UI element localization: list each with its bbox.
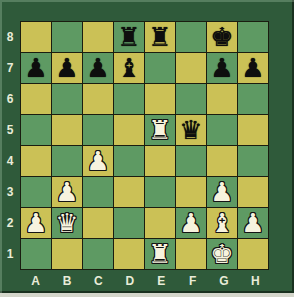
square-e3[interactable] <box>145 177 175 207</box>
piece-white-king-g1[interactable]: ♚ <box>210 239 233 269</box>
square-g8[interactable]: ♚ <box>207 22 237 52</box>
piece-white-queen-b2[interactable]: ♛ <box>55 208 78 238</box>
file-label-f: F <box>177 270 208 292</box>
square-h6[interactable] <box>238 84 268 114</box>
square-f7[interactable] <box>176 53 206 83</box>
rank-label-5: 5 <box>0 114 20 145</box>
square-d1[interactable] <box>114 239 144 269</box>
piece-black-queen-f5[interactable]: ♛ <box>179 115 202 145</box>
square-h7[interactable]: ♟ <box>238 53 268 83</box>
square-a6[interactable] <box>21 84 51 114</box>
square-a2[interactable]: ♟ <box>21 208 51 238</box>
square-a1[interactable] <box>21 239 51 269</box>
square-e7[interactable] <box>145 53 175 83</box>
bottom-edge <box>0 293 294 297</box>
square-e5[interactable]: ♜ <box>145 115 175 145</box>
square-b1[interactable] <box>52 239 82 269</box>
square-b3[interactable]: ♟ <box>52 177 82 207</box>
rank-label-4: 4 <box>0 146 20 177</box>
piece-black-pawn-g7[interactable]: ♟ <box>210 53 233 83</box>
square-a8[interactable] <box>21 22 51 52</box>
square-d3[interactable] <box>114 177 144 207</box>
chess-board[interactable]: ♜♜♚♟♟♟♝♟♟♜♛♟♟♟♟♛♟♝♟♜♚ <box>20 21 269 270</box>
piece-white-pawn-a2[interactable]: ♟ <box>24 208 47 238</box>
rank-label-8: 8 <box>0 21 20 52</box>
square-g2[interactable]: ♝ <box>207 208 237 238</box>
rank-label-6: 6 <box>0 83 20 114</box>
rank-labels: 87654321 <box>0 21 20 270</box>
square-c4[interactable]: ♟ <box>83 146 113 176</box>
rank-label-2: 2 <box>0 208 20 239</box>
piece-white-pawn-h2[interactable]: ♟ <box>241 208 264 238</box>
square-c5[interactable] <box>83 115 113 145</box>
file-labels: ABCDEFGH <box>20 270 271 292</box>
square-b4[interactable] <box>52 146 82 176</box>
square-a3[interactable] <box>21 177 51 207</box>
file-label-d: D <box>114 270 145 292</box>
square-d6[interactable] <box>114 84 144 114</box>
square-b7[interactable]: ♟ <box>52 53 82 83</box>
square-a4[interactable] <box>21 146 51 176</box>
piece-white-bishop-g2[interactable]: ♝ <box>210 208 233 238</box>
square-g6[interactable] <box>207 84 237 114</box>
piece-black-rook-d8[interactable]: ♜ <box>117 22 140 52</box>
file-label-b: B <box>51 270 82 292</box>
square-c6[interactable] <box>83 84 113 114</box>
file-label-g: G <box>208 270 239 292</box>
square-g1[interactable]: ♚ <box>207 239 237 269</box>
square-h5[interactable] <box>238 115 268 145</box>
square-f5[interactable]: ♛ <box>176 115 206 145</box>
square-c7[interactable]: ♟ <box>83 53 113 83</box>
square-a7[interactable]: ♟ <box>21 53 51 83</box>
square-c3[interactable] <box>83 177 113 207</box>
square-f4[interactable] <box>176 146 206 176</box>
square-h8[interactable] <box>238 22 268 52</box>
square-e8[interactable]: ♜ <box>145 22 175 52</box>
rank-label-3: 3 <box>0 177 20 208</box>
piece-black-rook-e8[interactable]: ♜ <box>148 22 171 52</box>
square-f1[interactable] <box>176 239 206 269</box>
rank-label-7: 7 <box>0 52 20 83</box>
square-h3[interactable] <box>238 177 268 207</box>
square-h4[interactable] <box>238 146 268 176</box>
square-f3[interactable] <box>176 177 206 207</box>
square-d4[interactable] <box>114 146 144 176</box>
square-f2[interactable]: ♟ <box>176 208 206 238</box>
square-d7[interactable]: ♝ <box>114 53 144 83</box>
square-b2[interactable]: ♛ <box>52 208 82 238</box>
piece-white-pawn-c4[interactable]: ♟ <box>86 146 109 176</box>
piece-white-pawn-g3[interactable]: ♟ <box>210 177 233 207</box>
square-e6[interactable] <box>145 84 175 114</box>
chess-diagram: 87654321 ♜♜♚♟♟♟♝♟♟♜♛♟♟♟♟♛♟♝♟♜♚ ABCDEFGH <box>0 0 294 297</box>
square-b5[interactable] <box>52 115 82 145</box>
square-b8[interactable] <box>52 22 82 52</box>
square-c8[interactable] <box>83 22 113 52</box>
piece-black-pawn-a7[interactable]: ♟ <box>24 53 47 83</box>
square-h2[interactable]: ♟ <box>238 208 268 238</box>
rank-label-1: 1 <box>0 239 20 270</box>
square-b6[interactable] <box>52 84 82 114</box>
piece-black-pawn-c7[interactable]: ♟ <box>86 53 109 83</box>
square-f6[interactable] <box>176 84 206 114</box>
square-c1[interactable] <box>83 239 113 269</box>
square-e4[interactable] <box>145 146 175 176</box>
square-d8[interactable]: ♜ <box>114 22 144 52</box>
piece-black-bishop-d7[interactable]: ♝ <box>117 53 140 83</box>
piece-white-rook-e1[interactable]: ♜ <box>148 239 171 269</box>
square-g3[interactable]: ♟ <box>207 177 237 207</box>
piece-white-rook-e5[interactable]: ♜ <box>148 115 171 145</box>
square-g7[interactable]: ♟ <box>207 53 237 83</box>
square-e2[interactable] <box>145 208 175 238</box>
square-f8[interactable] <box>176 22 206 52</box>
file-label-e: E <box>146 270 177 292</box>
piece-black-king-g8[interactable]: ♚ <box>210 22 233 52</box>
square-h1[interactable] <box>238 239 268 269</box>
file-label-c: C <box>83 270 114 292</box>
square-g5[interactable] <box>207 115 237 145</box>
square-a5[interactable] <box>21 115 51 145</box>
piece-black-pawn-h7[interactable]: ♟ <box>241 53 264 83</box>
piece-white-pawn-f2[interactable]: ♟ <box>179 208 202 238</box>
file-label-h: H <box>240 270 271 292</box>
piece-white-pawn-b3[interactable]: ♟ <box>55 177 78 207</box>
square-d2[interactable] <box>114 208 144 238</box>
square-c2[interactable] <box>83 208 113 238</box>
square-g4[interactable] <box>207 146 237 176</box>
square-e1[interactable]: ♜ <box>145 239 175 269</box>
file-label-a: A <box>20 270 51 292</box>
piece-black-pawn-b7[interactable]: ♟ <box>55 53 78 83</box>
square-d5[interactable] <box>114 115 144 145</box>
